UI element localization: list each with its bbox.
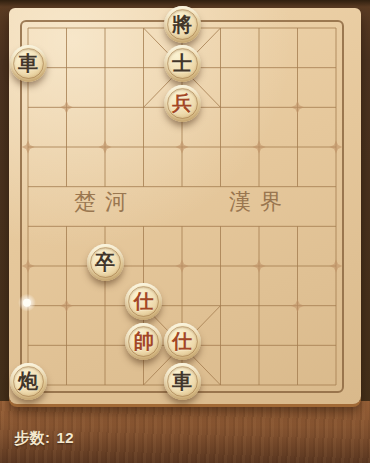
steps-label: 步数: xyxy=(14,429,51,448)
piece-red-general[interactable]: 帥 xyxy=(125,323,162,360)
piece-character: 兵 xyxy=(172,85,192,122)
piece-character: 仕 xyxy=(134,283,154,320)
piece-black-chariot[interactable]: 車 xyxy=(10,45,47,82)
piece-character: 卒 xyxy=(95,244,115,281)
piece-character: 車 xyxy=(172,363,192,400)
piece-character: 仕 xyxy=(172,323,192,360)
app-canvas: 楚河 漢界 將車士兵卒仕帥仕炮車 步数: 12 xyxy=(0,0,370,463)
status-bar: 步数: 12 xyxy=(14,429,74,448)
piece-red-soldier[interactable]: 兵 xyxy=(164,85,201,122)
piece-character: 士 xyxy=(172,45,192,82)
piece-character: 帥 xyxy=(134,323,154,360)
steps-value: 12 xyxy=(57,429,75,446)
piece-black-advisor[interactable]: 士 xyxy=(164,45,201,82)
piece-red-advisor[interactable]: 仕 xyxy=(125,283,162,320)
piece-character: 車 xyxy=(18,45,38,82)
piece-red-advisor[interactable]: 仕 xyxy=(164,323,201,360)
piece-character: 炮 xyxy=(18,363,38,400)
piece-black-cannon[interactable]: 炮 xyxy=(10,363,47,400)
piece-character: 將 xyxy=(172,6,192,43)
piece-black-soldier[interactable]: 卒 xyxy=(87,244,124,281)
piece-black-chariot[interactable]: 車 xyxy=(164,363,201,400)
pieces-layer: 將車士兵卒仕帥仕炮車 xyxy=(0,0,370,463)
piece-black-general[interactable]: 將 xyxy=(164,6,201,43)
